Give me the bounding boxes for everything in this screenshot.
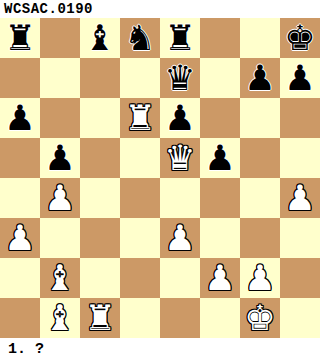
square-c3[interactable]	[80, 218, 120, 258]
square-g7[interactable]: ♟	[240, 58, 280, 98]
square-b6[interactable]	[40, 98, 80, 138]
square-c5[interactable]	[80, 138, 120, 178]
white-pawn: ♟	[44, 178, 75, 218]
square-g4[interactable]	[240, 178, 280, 218]
square-a1[interactable]	[0, 298, 40, 338]
square-e2[interactable]	[160, 258, 200, 298]
square-d7[interactable]	[120, 58, 160, 98]
square-h3[interactable]	[280, 218, 320, 258]
square-b5[interactable]: ♟	[40, 138, 80, 178]
square-c7[interactable]	[80, 58, 120, 98]
square-g6[interactable]	[240, 98, 280, 138]
square-h6[interactable]	[280, 98, 320, 138]
white-bishop: ♝	[44, 258, 75, 298]
square-f7[interactable]	[200, 58, 240, 98]
black-bishop: ♝	[84, 18, 115, 58]
square-f6[interactable]	[200, 98, 240, 138]
square-h7[interactable]: ♟	[280, 58, 320, 98]
diagram-title: WCSAC.0190	[4, 1, 93, 17]
square-b8[interactable]	[40, 18, 80, 58]
square-c4[interactable]	[80, 178, 120, 218]
square-c1[interactable]: ♜	[80, 298, 120, 338]
white-king: ♚	[244, 298, 275, 338]
black-rook: ♜	[164, 18, 195, 58]
square-b2[interactable]: ♝	[40, 258, 80, 298]
square-e8[interactable]: ♜	[160, 18, 200, 58]
square-e6[interactable]: ♟	[160, 98, 200, 138]
square-e7[interactable]: ♛	[160, 58, 200, 98]
square-a6[interactable]: ♟	[0, 98, 40, 138]
white-queen: ♛	[164, 138, 195, 178]
square-d6[interactable]: ♜	[120, 98, 160, 138]
white-rook: ♜	[124, 98, 155, 138]
square-b4[interactable]: ♟	[40, 178, 80, 218]
square-f2[interactable]: ♟	[200, 258, 240, 298]
square-a7[interactable]	[0, 58, 40, 98]
square-d1[interactable]	[120, 298, 160, 338]
square-d4[interactable]	[120, 178, 160, 218]
black-rook: ♜	[4, 18, 35, 58]
black-pawn: ♟	[4, 98, 35, 138]
square-h1[interactable]	[280, 298, 320, 338]
square-c2[interactable]	[80, 258, 120, 298]
black-pawn: ♟	[44, 138, 75, 178]
black-pawn: ♟	[204, 138, 235, 178]
square-d3[interactable]	[120, 218, 160, 258]
status-bar: 1. ?	[0, 338, 320, 360]
square-a5[interactable]	[0, 138, 40, 178]
square-a4[interactable]	[0, 178, 40, 218]
white-pawn: ♟	[204, 258, 235, 298]
square-f3[interactable]	[200, 218, 240, 258]
square-f1[interactable]	[200, 298, 240, 338]
move-prompt: 1. ?	[8, 341, 44, 358]
square-f5[interactable]: ♟	[200, 138, 240, 178]
square-b3[interactable]	[40, 218, 80, 258]
square-e1[interactable]	[160, 298, 200, 338]
square-d8[interactable]: ♞	[120, 18, 160, 58]
black-queen: ♛	[164, 58, 195, 98]
white-pawn: ♟	[4, 218, 35, 258]
square-h5[interactable]	[280, 138, 320, 178]
square-f8[interactable]	[200, 18, 240, 58]
square-e3[interactable]: ♟	[160, 218, 200, 258]
square-b7[interactable]	[40, 58, 80, 98]
square-h2[interactable]	[280, 258, 320, 298]
square-h8[interactable]: ♚	[280, 18, 320, 58]
white-pawn: ♟	[284, 178, 315, 218]
square-g2[interactable]: ♟	[240, 258, 280, 298]
square-a2[interactable]	[0, 258, 40, 298]
square-b1[interactable]: ♝	[40, 298, 80, 338]
white-bishop: ♝	[44, 298, 75, 338]
black-pawn: ♟	[164, 98, 195, 138]
square-g8[interactable]	[240, 18, 280, 58]
black-pawn: ♟	[284, 58, 315, 98]
black-king: ♚	[284, 18, 315, 58]
square-a8[interactable]: ♜	[0, 18, 40, 58]
square-d2[interactable]	[120, 258, 160, 298]
black-pawn: ♟	[244, 58, 275, 98]
square-d5[interactable]	[120, 138, 160, 178]
square-e4[interactable]	[160, 178, 200, 218]
square-g3[interactable]	[240, 218, 280, 258]
white-pawn: ♟	[164, 218, 195, 258]
square-f4[interactable]	[200, 178, 240, 218]
square-c6[interactable]	[80, 98, 120, 138]
white-pawn: ♟	[244, 258, 275, 298]
square-c8[interactable]: ♝	[80, 18, 120, 58]
square-g1[interactable]: ♚	[240, 298, 280, 338]
square-e5[interactable]: ♛	[160, 138, 200, 178]
title-bar: WCSAC.0190	[0, 0, 320, 18]
chess-board: ♜♝♞♜♚♛♟♟♟♜♟♟♛♟♟♟♟♟♝♟♟♝♜♚	[0, 18, 320, 338]
black-knight: ♞	[124, 18, 155, 58]
square-g5[interactable]	[240, 138, 280, 178]
square-h4[interactable]: ♟	[280, 178, 320, 218]
white-rook: ♜	[84, 298, 115, 338]
square-a3[interactable]: ♟	[0, 218, 40, 258]
